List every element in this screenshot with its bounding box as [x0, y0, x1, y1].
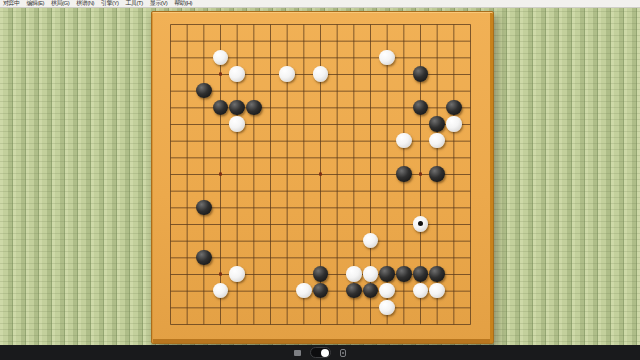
white-stone [379, 300, 394, 315]
black-stone [346, 283, 361, 298]
white-stone [396, 133, 411, 148]
hoshi-point [219, 172, 223, 176]
white-stone [313, 66, 328, 81]
white-stone [379, 50, 394, 65]
black-stone [196, 250, 211, 265]
white-stone [446, 116, 461, 131]
menu-item-3[interactable]: 棋谱(N) [76, 0, 94, 7]
black-stone [413, 266, 428, 281]
menu-item-2[interactable]: 棋局(G) [51, 0, 69, 7]
white-stone [413, 216, 428, 231]
menu-item-7[interactable]: 帮助(H) [174, 0, 192, 7]
white-stone [229, 266, 244, 281]
black-stone [429, 116, 444, 131]
black-stone [379, 266, 394, 281]
menu-item-4[interactable]: 引擎(Y) [101, 0, 119, 7]
black-stone [396, 166, 411, 181]
danmaku-toggle[interactable] [310, 347, 331, 358]
black-stone [196, 83, 211, 98]
hoshi-point [419, 172, 423, 176]
bottom-bar [0, 345, 640, 360]
black-stone [246, 100, 261, 115]
black-stone [446, 100, 461, 115]
white-stone [213, 50, 228, 65]
hoshi-point [219, 72, 223, 76]
menu-item-0[interactable]: 对弈中 [3, 0, 20, 7]
hoshi-point [219, 272, 223, 276]
black-stone [213, 100, 228, 115]
go-board[interactable] [151, 11, 494, 344]
last-move-marker-icon [418, 221, 423, 226]
black-stone [413, 66, 428, 81]
menubar: 对弈中编辑(E)棋局(G)棋谱(N)引擎(Y)工具(T)显示(V)帮助(H) [0, 0, 640, 8]
black-stone [229, 100, 244, 115]
white-stone [346, 266, 361, 281]
white-stone [429, 283, 444, 298]
black-stone [413, 100, 428, 115]
white-stone [229, 66, 244, 81]
black-stone [429, 266, 444, 281]
toggle-knob-icon [321, 349, 329, 357]
menu-item-1[interactable]: 编辑(E) [27, 0, 45, 7]
black-stone [196, 200, 211, 215]
black-stone [313, 266, 328, 281]
hoshi-point [319, 172, 323, 176]
menu-item-5[interactable]: 工具(T) [126, 0, 143, 7]
black-stone [396, 266, 411, 281]
danmaku-list-icon[interactable] [294, 350, 301, 356]
menu-item-6[interactable]: 显示(V) [150, 0, 168, 7]
danmaku-style-icon[interactable] [340, 349, 346, 357]
white-stone [279, 66, 294, 81]
white-stone [429, 133, 444, 148]
white-stone [229, 116, 244, 131]
white-stone [296, 283, 311, 298]
white-stone [363, 266, 378, 281]
black-stone [429, 166, 444, 181]
white-stone [379, 283, 394, 298]
